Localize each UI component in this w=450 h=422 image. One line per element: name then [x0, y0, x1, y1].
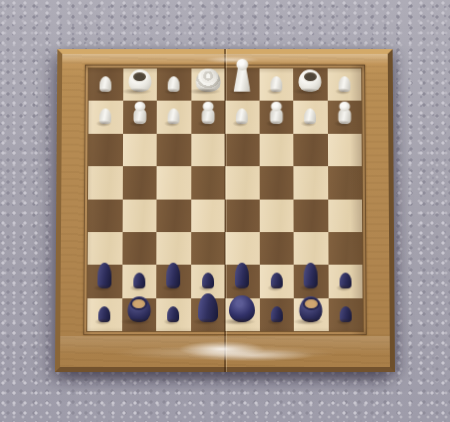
square-b6[interactable]: [122, 134, 156, 167]
square-d6[interactable]: [191, 134, 225, 167]
black-rook[interactable]: [127, 296, 150, 322]
square-b4[interactable]: [122, 199, 156, 232]
square-h5[interactable]: [328, 166, 362, 199]
white-pawn[interactable]: [100, 76, 112, 92]
black-bishop[interactable]: [235, 263, 249, 289]
black-pawn[interactable]: [202, 273, 214, 289]
black-pawn[interactable]: [339, 306, 351, 322]
white-knight[interactable]: [338, 110, 351, 125]
black-pawn[interactable]: [167, 306, 179, 322]
square-d3[interactable]: [191, 232, 225, 265]
black-pawn[interactable]: [271, 273, 283, 289]
square-c3[interactable]: [156, 232, 190, 265]
square-a6[interactable]: [88, 134, 122, 167]
square-f4[interactable]: [259, 199, 293, 232]
white-rook[interactable]: [299, 69, 322, 91]
white-rook[interactable]: [128, 69, 151, 91]
square-e6[interactable]: [225, 134, 259, 167]
square-g5[interactable]: [293, 166, 327, 199]
black-pawn[interactable]: [133, 273, 145, 289]
black-pawn[interactable]: [99, 306, 111, 322]
square-d4[interactable]: [191, 199, 225, 232]
white-pawn[interactable]: [168, 76, 180, 92]
square-e4[interactable]: [225, 199, 259, 232]
black-queen[interactable]: [198, 293, 218, 322]
board-inner-frame: [83, 65, 367, 336]
square-a4[interactable]: [88, 199, 122, 232]
carpet-background: [0, 0, 450, 422]
white-pawn[interactable]: [100, 109, 112, 125]
black-knight[interactable]: [98, 263, 112, 289]
white-bishop[interactable]: [270, 110, 283, 125]
king-cone-body: [234, 67, 251, 91]
square-f5[interactable]: [259, 166, 293, 199]
white-pawn[interactable]: [236, 109, 248, 125]
square-g3[interactable]: [294, 232, 328, 265]
black-pawn[interactable]: [339, 273, 351, 289]
chess-board: [55, 49, 395, 372]
white-pawn[interactable]: [270, 76, 282, 92]
white-pawn[interactable]: [168, 109, 180, 125]
square-g6[interactable]: [293, 134, 327, 167]
square-c4[interactable]: [156, 199, 190, 232]
square-e3[interactable]: [225, 232, 259, 265]
square-h6[interactable]: [327, 134, 361, 167]
white-pawn[interactable]: [304, 109, 316, 125]
square-c6[interactable]: [157, 134, 191, 167]
square-a3[interactable]: [88, 232, 122, 265]
black-bishop[interactable]: [166, 263, 180, 289]
board-grid: [86, 68, 364, 333]
square-d5[interactable]: [191, 166, 225, 199]
black-king[interactable]: [229, 295, 255, 322]
white-queen[interactable]: [196, 68, 221, 91]
square-h3[interactable]: [328, 232, 362, 265]
square-f6[interactable]: [259, 134, 293, 167]
white-knight[interactable]: [133, 110, 146, 125]
glossy-reflection: [60, 336, 390, 367]
black-rook[interactable]: [300, 296, 323, 322]
black-knight[interactable]: [304, 263, 318, 289]
square-b3[interactable]: [122, 232, 156, 265]
white-bishop[interactable]: [202, 110, 215, 125]
square-e5[interactable]: [225, 166, 259, 199]
square-b5[interactable]: [122, 166, 156, 199]
square-a5[interactable]: [88, 166, 122, 199]
square-f3[interactable]: [259, 232, 293, 265]
square-c5[interactable]: [157, 166, 191, 199]
white-king[interactable]: [234, 59, 251, 91]
white-pawn[interactable]: [338, 76, 350, 92]
square-h4[interactable]: [328, 199, 362, 232]
square-g4[interactable]: [293, 199, 327, 232]
black-pawn[interactable]: [271, 306, 283, 322]
